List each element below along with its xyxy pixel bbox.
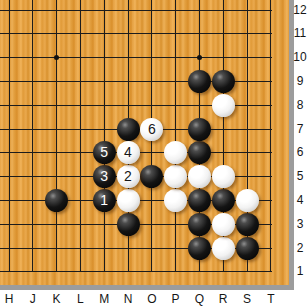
stone-black-K4[interactable] bbox=[45, 189, 68, 212]
stone-black-R9[interactable] bbox=[212, 70, 235, 93]
move-number-label: 3 bbox=[100, 165, 108, 188]
grid-line-row-12 bbox=[0, 10, 272, 11]
stone-white-R3[interactable] bbox=[212, 213, 235, 236]
row-label-11: 11 bbox=[292, 26, 308, 41]
col-label-R: R bbox=[215, 292, 231, 307]
row-label-1: 1 bbox=[292, 264, 308, 279]
grid-line-row-1 bbox=[0, 271, 272, 272]
stone-black-R4[interactable] bbox=[212, 189, 235, 212]
col-label-P: P bbox=[168, 292, 184, 307]
stone-white-O7[interactable]: 6 bbox=[140, 118, 163, 141]
col-label-J: J bbox=[25, 292, 41, 307]
grid-line-col-P bbox=[175, 0, 176, 272]
stone-white-N6[interactable]: 4 bbox=[117, 141, 140, 164]
go-diagram: 135246 HJKLMNOPQRST 121110987654321 bbox=[0, 0, 308, 308]
move-number-label: 5 bbox=[100, 141, 108, 164]
stone-white-S4[interactable] bbox=[236, 189, 259, 212]
grid-line-col-J bbox=[32, 0, 33, 272]
col-label-M: M bbox=[96, 292, 112, 307]
stone-white-R8[interactable] bbox=[212, 94, 235, 117]
row-label-5: 5 bbox=[292, 169, 308, 184]
grid-line-col-K bbox=[56, 0, 57, 272]
stone-black-N7[interactable] bbox=[117, 118, 140, 141]
move-number-label: 4 bbox=[124, 141, 132, 164]
row-label-6: 6 bbox=[292, 145, 308, 160]
col-label-T: T bbox=[263, 292, 279, 307]
col-label-H: H bbox=[1, 292, 17, 307]
row-label-10: 10 bbox=[292, 50, 308, 65]
stone-black-N3[interactable] bbox=[117, 213, 140, 236]
stone-black-Q7[interactable] bbox=[188, 118, 211, 141]
stone-white-Q5[interactable] bbox=[188, 165, 211, 188]
grid-line-row-10 bbox=[0, 57, 272, 58]
row-label-7: 7 bbox=[292, 122, 308, 137]
stone-black-Q2[interactable] bbox=[188, 237, 211, 260]
stone-black-Q3[interactable] bbox=[188, 213, 211, 236]
col-label-S: S bbox=[239, 292, 255, 307]
row-label-3: 3 bbox=[292, 217, 308, 232]
col-label-Q: Q bbox=[191, 292, 207, 307]
row-label-4: 4 bbox=[292, 193, 308, 208]
stone-white-P4[interactable] bbox=[164, 189, 187, 212]
row-label-8: 8 bbox=[292, 98, 308, 113]
hoshi-Q10 bbox=[197, 55, 202, 60]
stone-black-Q9[interactable] bbox=[188, 70, 211, 93]
col-label-O: O bbox=[144, 292, 160, 307]
stone-black-S2[interactable] bbox=[236, 237, 259, 260]
col-label-L: L bbox=[72, 292, 88, 307]
stone-white-R5[interactable] bbox=[212, 165, 235, 188]
stone-black-M5[interactable]: 3 bbox=[93, 165, 116, 188]
grid-line-col-L bbox=[80, 0, 81, 272]
stone-white-N5[interactable]: 2 bbox=[117, 165, 140, 188]
stone-white-R2[interactable] bbox=[212, 237, 235, 260]
stone-black-M6[interactable]: 5 bbox=[93, 141, 116, 164]
grid-line-col-T bbox=[270, 0, 271, 272]
grid-line-row-11 bbox=[0, 33, 272, 34]
row-label-12: 12 bbox=[292, 3, 308, 18]
grid-line-col-H bbox=[9, 0, 10, 272]
move-number-label: 2 bbox=[124, 165, 132, 188]
stone-black-M4[interactable]: 1 bbox=[93, 189, 116, 212]
col-label-N: N bbox=[120, 292, 136, 307]
row-label-9: 9 bbox=[292, 74, 308, 89]
stone-black-S3[interactable] bbox=[236, 213, 259, 236]
row-label-2: 2 bbox=[292, 241, 308, 256]
board-edge-bottom bbox=[0, 285, 294, 290]
stone-white-N4[interactable] bbox=[117, 189, 140, 212]
grid-line-col-M bbox=[104, 0, 105, 272]
move-number-label: 1 bbox=[100, 188, 108, 211]
move-number-label: 6 bbox=[148, 117, 156, 140]
stone-black-Q4[interactable] bbox=[188, 189, 211, 212]
col-label-K: K bbox=[49, 292, 65, 307]
